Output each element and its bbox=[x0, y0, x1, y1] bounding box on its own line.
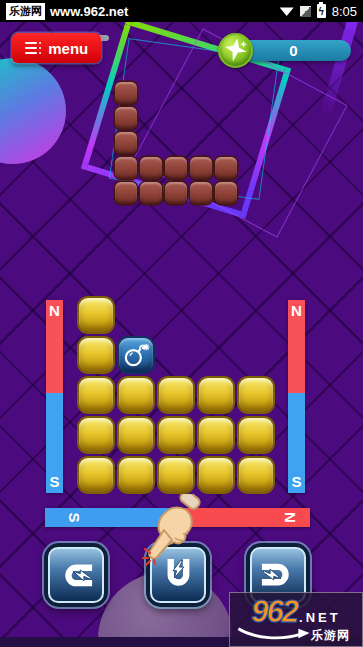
board-cell-gold bbox=[239, 458, 273, 492]
green-gem-icon bbox=[218, 33, 253, 68]
board-cell-bomb bbox=[119, 338, 153, 372]
watermark-swoosh-arrow bbox=[236, 626, 312, 641]
watermark-brand: 962 bbox=[251, 598, 297, 626]
wifi-icon bbox=[280, 6, 294, 16]
pole-label-n: N bbox=[291, 302, 302, 393]
board-cell-gold bbox=[79, 418, 113, 452]
right-magnet-south: S bbox=[288, 393, 305, 493]
watermark-suffix: .NET bbox=[299, 610, 341, 625]
board-cell-gold bbox=[79, 458, 113, 492]
site-url: www.962.net bbox=[50, 4, 128, 19]
pole-label-s: S bbox=[291, 473, 301, 490]
preview-cell-brown bbox=[190, 182, 212, 204]
preview-cell-brown bbox=[115, 82, 137, 104]
magnet-opening-left-icon bbox=[256, 555, 300, 595]
board-cell-gold bbox=[79, 378, 113, 412]
pole-label-s: S bbox=[49, 473, 59, 490]
target-shape-preview bbox=[115, 82, 237, 204]
board-cell-gold bbox=[159, 378, 193, 412]
game-board bbox=[79, 298, 273, 492]
preview-cell-brown bbox=[140, 182, 162, 204]
preview-cell-brown bbox=[115, 132, 137, 154]
preview-cell-brown bbox=[115, 157, 137, 179]
tutorial-hand-icon bbox=[142, 494, 202, 570]
left-magnet-bar: N S bbox=[46, 300, 63, 493]
clock-time: 8:05 bbox=[332, 4, 357, 19]
preview-cell-brown bbox=[165, 157, 187, 179]
watermark-site-name: 乐游网 bbox=[311, 627, 350, 644]
board-cell-gold bbox=[159, 458, 193, 492]
battery-charging-icon: ϟ bbox=[317, 4, 326, 18]
pole-label-n: N bbox=[282, 512, 299, 523]
preview-cell-brown bbox=[215, 182, 237, 204]
coin-count-value: 0 bbox=[289, 42, 297, 59]
site-badge: 乐游网 bbox=[6, 3, 45, 20]
preview-cell-brown bbox=[190, 157, 212, 179]
board-cell-gold bbox=[119, 378, 153, 412]
coin-counter: 0 bbox=[236, 40, 351, 61]
pole-label-n: N bbox=[49, 302, 60, 393]
board-cell-gold bbox=[199, 458, 233, 492]
board-cell-gold bbox=[119, 458, 153, 492]
preview-cell-brown bbox=[140, 157, 162, 179]
board-cell-gold bbox=[239, 378, 273, 412]
menu-button[interactable]: menu bbox=[12, 33, 101, 63]
pole-label-s: S bbox=[66, 512, 83, 522]
preview-cell-brown bbox=[115, 107, 137, 129]
preview-cell-brown bbox=[115, 182, 137, 204]
right-magnet-north: N bbox=[288, 300, 305, 393]
magnet-right-button[interactable] bbox=[44, 543, 108, 607]
magnet-opening-right-icon bbox=[54, 555, 98, 595]
status-bar: 乐游网 www.962.net ϟ 8:05 bbox=[0, 0, 363, 22]
bomb-icon bbox=[121, 340, 151, 370]
board-cell-gold bbox=[199, 418, 233, 452]
watermark: 962 .NET 乐游网 bbox=[229, 592, 363, 647]
board-cell-gold bbox=[159, 418, 193, 452]
game-screen: 乐游网 www.962.net ϟ 8:05 menu 0 N bbox=[0, 0, 363, 647]
preview-cell-brown bbox=[165, 182, 187, 204]
left-magnet-south: S bbox=[46, 393, 63, 493]
board-cell-gold bbox=[119, 418, 153, 452]
menu-button-label: menu bbox=[48, 40, 88, 57]
signal-icon bbox=[300, 6, 311, 17]
board-cell-gold bbox=[79, 338, 113, 372]
preview-cell-brown bbox=[215, 157, 237, 179]
left-magnet-north: N bbox=[46, 300, 63, 393]
hamburger-icon bbox=[25, 42, 42, 55]
right-magnet-bar: N S bbox=[288, 300, 305, 493]
board-cell-gold bbox=[199, 378, 233, 412]
board-cell-gold bbox=[239, 418, 273, 452]
board-cell-gold bbox=[79, 298, 113, 332]
